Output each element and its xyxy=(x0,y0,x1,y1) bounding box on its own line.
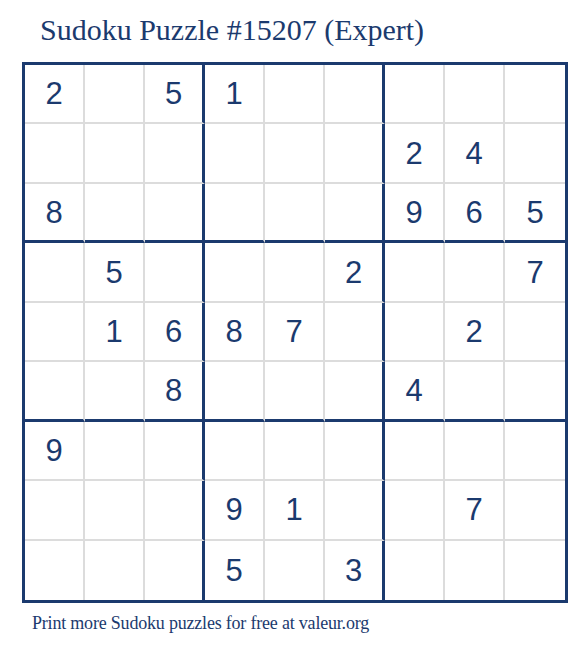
sudoku-cell-empty[interactable] xyxy=(25,541,85,600)
sudoku-cell-empty[interactable] xyxy=(325,303,385,362)
sudoku-cell-empty[interactable] xyxy=(325,124,385,183)
sudoku-cell-empty[interactable] xyxy=(205,243,265,302)
sudoku-cell-given[interactable]: 7 xyxy=(265,303,325,362)
sudoku-cell-given[interactable]: 1 xyxy=(85,303,145,362)
footer-text: Print more Sudoku puzzles for free at va… xyxy=(32,613,369,634)
sudoku-cell-given[interactable]: 5 xyxy=(505,184,565,243)
sudoku-cell-given[interactable]: 7 xyxy=(505,243,565,302)
sudoku-cell-empty[interactable] xyxy=(205,124,265,183)
sudoku-cell-empty[interactable] xyxy=(445,541,505,600)
sudoku-cell-empty[interactable] xyxy=(85,481,145,540)
sudoku-cell-empty[interactable] xyxy=(445,422,505,481)
sudoku-cell-empty[interactable] xyxy=(385,422,445,481)
sudoku-cell-empty[interactable] xyxy=(25,303,85,362)
sudoku-cell-given[interactable]: 4 xyxy=(385,362,445,421)
sudoku-cell-empty[interactable] xyxy=(325,362,385,421)
sudoku-cell-empty[interactable] xyxy=(205,422,265,481)
sudoku-cell-given[interactable]: 3 xyxy=(325,541,385,600)
sudoku-cell-given[interactable]: 4 xyxy=(445,124,505,183)
sudoku-cell-empty[interactable] xyxy=(265,362,325,421)
sudoku-cell-given[interactable]: 8 xyxy=(145,362,205,421)
sudoku-cell-empty[interactable] xyxy=(505,481,565,540)
sudoku-cell-empty[interactable] xyxy=(325,422,385,481)
sudoku-cell-given[interactable]: 1 xyxy=(205,65,265,124)
sudoku-cell-empty[interactable] xyxy=(505,65,565,124)
sudoku-cell-empty[interactable] xyxy=(205,184,265,243)
sudoku-cell-given[interactable]: 7 xyxy=(445,481,505,540)
sudoku-cell-empty[interactable] xyxy=(145,184,205,243)
sudoku-cell-empty[interactable] xyxy=(85,422,145,481)
sudoku-cell-given[interactable]: 6 xyxy=(445,184,505,243)
sudoku-cell-empty[interactable] xyxy=(265,184,325,243)
sudoku-cell-empty[interactable] xyxy=(145,243,205,302)
sudoku-cell-empty[interactable] xyxy=(25,124,85,183)
sudoku-cell-given[interactable]: 5 xyxy=(145,65,205,124)
sudoku-cell-given[interactable]: 5 xyxy=(85,243,145,302)
sudoku-cell-empty[interactable] xyxy=(385,303,445,362)
sudoku-cell-empty[interactable] xyxy=(85,362,145,421)
sudoku-cell-empty[interactable] xyxy=(265,243,325,302)
sudoku-cell-empty[interactable] xyxy=(145,541,205,600)
sudoku-cell-given[interactable]: 8 xyxy=(205,303,265,362)
sudoku-cell-empty[interactable] xyxy=(265,422,325,481)
sudoku-cell-empty[interactable] xyxy=(385,481,445,540)
sudoku-cell-empty[interactable] xyxy=(85,541,145,600)
sudoku-cell-given[interactable]: 9 xyxy=(385,184,445,243)
sudoku-cell-empty[interactable] xyxy=(265,65,325,124)
sudoku-cell-empty[interactable] xyxy=(25,362,85,421)
sudoku-cell-given[interactable]: 9 xyxy=(25,422,85,481)
sudoku-cell-empty[interactable] xyxy=(265,124,325,183)
sudoku-cell-given[interactable]: 2 xyxy=(385,124,445,183)
sudoku-cell-empty[interactable] xyxy=(325,184,385,243)
sudoku-cell-given[interactable]: 9 xyxy=(205,481,265,540)
sudoku-cell-empty[interactable] xyxy=(505,124,565,183)
sudoku-cell-empty[interactable] xyxy=(145,481,205,540)
sudoku-cell-empty[interactable] xyxy=(385,541,445,600)
sudoku-cell-empty[interactable] xyxy=(505,303,565,362)
sudoku-cell-empty[interactable] xyxy=(145,422,205,481)
sudoku-cell-empty[interactable] xyxy=(445,362,505,421)
sudoku-cell-empty[interactable] xyxy=(385,243,445,302)
sudoku-cell-empty[interactable] xyxy=(505,422,565,481)
sudoku-cell-empty[interactable] xyxy=(205,362,265,421)
sudoku-cell-given[interactable]: 6 xyxy=(145,303,205,362)
sudoku-cell-empty[interactable] xyxy=(265,541,325,600)
sudoku-cell-empty[interactable] xyxy=(85,184,145,243)
sudoku-cell-given[interactable]: 5 xyxy=(205,541,265,600)
sudoku-cell-empty[interactable] xyxy=(325,65,385,124)
sudoku-cell-empty[interactable] xyxy=(385,65,445,124)
sudoku-cell-empty[interactable] xyxy=(505,541,565,600)
sudoku-cell-given[interactable]: 8 xyxy=(25,184,85,243)
sudoku-cell-empty[interactable] xyxy=(505,362,565,421)
sudoku-cell-empty[interactable] xyxy=(445,65,505,124)
sudoku-cell-empty[interactable] xyxy=(25,481,85,540)
sudoku-cell-given[interactable]: 2 xyxy=(325,243,385,302)
sudoku-cell-empty[interactable] xyxy=(25,243,85,302)
sudoku-cell-empty[interactable] xyxy=(325,481,385,540)
sudoku-cell-empty[interactable] xyxy=(85,124,145,183)
sudoku-cell-given[interactable]: 2 xyxy=(445,303,505,362)
sudoku-cell-empty[interactable] xyxy=(145,124,205,183)
sudoku-cell-given[interactable]: 2 xyxy=(25,65,85,124)
sudoku-grid: 2512489655271687284991753 xyxy=(22,62,568,603)
sudoku-cell-given[interactable]: 1 xyxy=(265,481,325,540)
sudoku-cell-empty[interactable] xyxy=(445,243,505,302)
sudoku-cell-empty[interactable] xyxy=(85,65,145,124)
page-title: Sudoku Puzzle #15207 (Expert) xyxy=(40,13,424,47)
